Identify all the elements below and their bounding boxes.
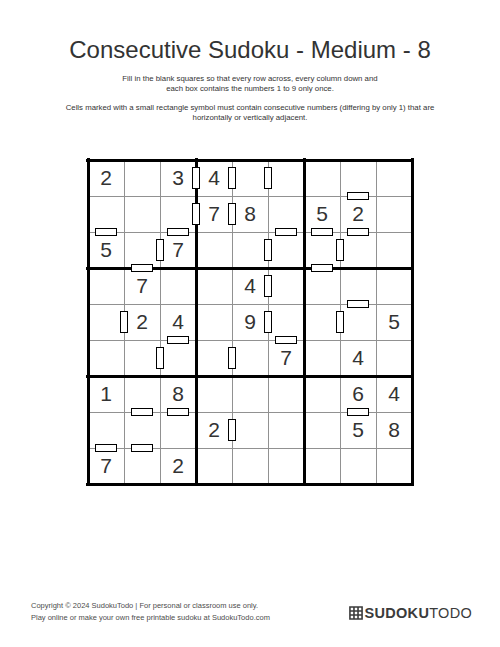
consecutive-marker-r1c3-r1c4 (192, 167, 200, 189)
instructions-line: horizontally or vertically adjacent. (193, 113, 308, 122)
cell-r8c3 (160, 412, 196, 448)
consecutive-marker-r1c5-r1c6 (264, 167, 272, 189)
grid-line-thick-vertical (411, 158, 414, 486)
cell-r9c5 (232, 448, 268, 484)
cell-r2c7: 5 (304, 196, 340, 232)
cell-r1c2 (124, 160, 160, 196)
cell-r1c1: 2 (88, 160, 124, 196)
cell-r5c5: 9 (232, 304, 268, 340)
cell-r8c9: 8 (376, 412, 412, 448)
cell-r4c3 (160, 268, 196, 304)
cell-r7c7 (304, 376, 340, 412)
cell-r6c4 (196, 340, 232, 376)
consecutive-marker-r3c2-r4c2 (131, 264, 153, 272)
cell-r2c2 (124, 196, 160, 232)
cell-r6c6: 7 (268, 340, 304, 376)
instructions-line: each box contains the numbers 1 to 9 onl… (166, 84, 334, 93)
consecutive-marker-r5c6-r6c6 (275, 336, 297, 344)
cell-r2c9 (376, 196, 412, 232)
cell-r3c5 (232, 232, 268, 268)
cell-r6c7 (304, 340, 340, 376)
cell-r8c2 (124, 412, 160, 448)
cell-r3c8 (340, 232, 376, 268)
logo-text-todo: TODO (429, 605, 472, 621)
cell-r2c4: 7 (196, 196, 232, 232)
consecutive-marker-r3c7-r4c7 (311, 264, 333, 272)
cell-r1c9 (376, 160, 412, 196)
cell-r1c6 (268, 160, 304, 196)
cell-r4c1 (88, 268, 124, 304)
grid-line-thick-horizontal (86, 159, 414, 162)
logo-text-sudoku: SUDOKU (365, 605, 430, 621)
cell-r4c4 (196, 268, 232, 304)
cell-r8c6 (268, 412, 304, 448)
instructions-line: Cells marked with a small rectangle symb… (66, 103, 435, 112)
consecutive-marker-r3c7-r3c8 (336, 239, 344, 261)
cell-r9c4 (196, 448, 232, 484)
cell-r7c3: 8 (160, 376, 196, 412)
copyright-line: Copyright © 2024 SudokuTodo | For person… (31, 600, 270, 612)
consecutive-marker-r5c1-r5c2 (120, 311, 128, 333)
cell-r4c7 (304, 268, 340, 304)
cell-r1c5 (232, 160, 268, 196)
cell-r8c4: 2 (196, 412, 232, 448)
grid-line-thin-horizontal (88, 340, 412, 341)
cell-r5c1 (88, 304, 124, 340)
cell-r9c3: 2 (160, 448, 196, 484)
consecutive-marker-r3c2-r3c3 (156, 239, 164, 261)
consecutive-marker-r2c7-r3c7 (311, 228, 333, 236)
consecutive-marker-r2c4-r2c5 (228, 203, 236, 225)
copyright-text: Copyright © 2024 SudokuTodo | For person… (31, 600, 270, 623)
consecutive-marker-r2c3-r3c3 (167, 228, 189, 236)
consecutive-marker-r5c3-r6c3 (167, 336, 189, 344)
grid-line-thick-vertical (87, 158, 90, 486)
grid-logo-icon (349, 606, 363, 620)
cell-r3c6 (268, 232, 304, 268)
cell-r5c9: 5 (376, 304, 412, 340)
cell-r6c9 (376, 340, 412, 376)
cell-r2c1 (88, 196, 124, 232)
grid-line-thick-vertical (303, 158, 306, 486)
cell-r3c2 (124, 232, 160, 268)
cell-r7c2 (124, 376, 160, 412)
cell-r9c7 (304, 448, 340, 484)
cell-r7c8: 6 (340, 376, 376, 412)
consecutive-marker-r3c5-r3c6 (264, 239, 272, 261)
consecutive-marker-r2c8-r3c8 (347, 228, 369, 236)
cell-r5c3: 4 (160, 304, 196, 340)
copyright-line: Play online or make your own free printa… (31, 612, 270, 624)
cell-r1c7 (304, 160, 340, 196)
cell-r9c2 (124, 448, 160, 484)
consecutive-marker-r7c8-r8c8 (347, 408, 369, 416)
logo-text: SUDOKUTODO (365, 605, 472, 621)
instructions-line: Fill in the blank squares so that every … (122, 74, 377, 83)
cell-r4c6 (268, 268, 304, 304)
cell-r9c9 (376, 448, 412, 484)
cell-r1c8 (340, 160, 376, 196)
cell-r8c7 (304, 412, 340, 448)
grid-line-thick-horizontal (86, 483, 414, 486)
consecutive-marker-r2c6-r3c6 (275, 228, 297, 236)
cell-r7c9: 4 (376, 376, 412, 412)
consecutive-marker-r5c5-r5c6 (264, 311, 272, 333)
cell-r5c4 (196, 304, 232, 340)
sudoku-grid: 23478525774249574186425872 (88, 160, 412, 484)
cell-r2c3 (160, 196, 196, 232)
cell-r6c5 (232, 340, 268, 376)
consecutive-marker-r7c2-r8c2 (131, 408, 153, 416)
cell-r7c4 (196, 376, 232, 412)
consecutive-marker-r4c8-r5c8 (347, 300, 369, 308)
consecutive-marker-r6c2-r6c3 (156, 347, 164, 369)
cell-r8c5 (232, 412, 268, 448)
consecutive-marker-r8c1-r9c1 (95, 444, 117, 452)
consecutive-marker-r7c3-r8c3 (167, 408, 189, 416)
cell-r4c5: 4 (232, 268, 268, 304)
cell-r1c3: 3 (160, 160, 196, 196)
consecutive-marker-r2c3-r2c4 (192, 203, 200, 225)
cell-r2c6 (268, 196, 304, 232)
cell-r2c8: 2 (340, 196, 376, 232)
consecutive-marker-r1c4-r1c5 (228, 167, 236, 189)
cell-r8c8: 5 (340, 412, 376, 448)
cell-r2c5: 8 (232, 196, 268, 232)
cell-r3c3: 7 (160, 232, 196, 268)
cell-r9c6 (268, 448, 304, 484)
cell-r4c8 (340, 268, 376, 304)
cell-r3c4 (196, 232, 232, 268)
grid-line-thin-vertical (160, 160, 161, 484)
sudokutodo-logo: SUDOKUTODO (349, 604, 472, 622)
cell-r5c8 (340, 304, 376, 340)
consecutive-marker-r5c7-r5c8 (336, 311, 344, 333)
consecutive-marker-r4c5-r4c6 (264, 275, 272, 297)
cell-r7c1: 1 (88, 376, 124, 412)
cell-r7c5 (232, 376, 268, 412)
instructions-consecutive-rule: Cells marked with a small rectangle symb… (0, 103, 500, 123)
cell-r5c6 (268, 304, 304, 340)
cell-r6c2 (124, 340, 160, 376)
cell-r4c9 (376, 268, 412, 304)
cell-r3c1: 5 (88, 232, 124, 268)
cell-r3c9 (376, 232, 412, 268)
cell-r6c8: 4 (340, 340, 376, 376)
instructions-basic-rules: Fill in the blank squares so that every … (0, 74, 500, 94)
cell-r9c8 (340, 448, 376, 484)
cell-r1c4: 4 (196, 160, 232, 196)
cell-r9c1: 7 (88, 448, 124, 484)
cell-r6c3 (160, 340, 196, 376)
cell-r3c7 (304, 232, 340, 268)
cell-r8c1 (88, 412, 124, 448)
cell-r5c7 (304, 304, 340, 340)
grid-line-thin-vertical (376, 160, 377, 484)
cell-r6c1 (88, 340, 124, 376)
page-title: Consecutive Sudoku - Medium - 8 (0, 36, 500, 64)
consecutive-marker-r8c4-r8c5 (228, 419, 236, 441)
grid-line-thick-horizontal (86, 375, 414, 378)
consecutive-marker-r8c2-r9c2 (131, 444, 153, 452)
cell-r4c2: 7 (124, 268, 160, 304)
cell-r7c6 (268, 376, 304, 412)
consecutive-marker-r6c4-r6c5 (228, 347, 236, 369)
cell-r5c2: 2 (124, 304, 160, 340)
consecutive-marker-r2c1-r3c1 (95, 228, 117, 236)
consecutive-marker-r1c8-r2c8 (347, 192, 369, 200)
